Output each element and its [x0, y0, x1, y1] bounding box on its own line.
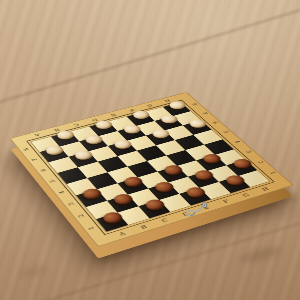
- piece-dark-b2[interactable]: [111, 192, 135, 206]
- piece-light-f8[interactable]: [130, 109, 152, 120]
- piece-dark-g1[interactable]: [223, 174, 247, 187]
- piece-light-a7[interactable]: [43, 144, 65, 156]
- piece-light-d8[interactable]: [92, 119, 114, 130]
- checkers-board: ABCDEFGH ABCDEFGH 87654321 87654321: [10, 92, 294, 247]
- piece-dark-a3[interactable]: [79, 187, 103, 201]
- piece-dark-c1[interactable]: [142, 198, 167, 212]
- piece-light-h8[interactable]: [166, 100, 187, 111]
- piece-light-h6[interactable]: [186, 118, 208, 129]
- board-scene: ABCDEFGH ABCDEFGH 87654321 87654321: [0, 0, 300, 300]
- piece-dark-h2[interactable]: [230, 157, 254, 170]
- pieces-layer: [10, 92, 294, 247]
- piece-dark-a1[interactable]: [100, 210, 125, 225]
- piece-light-e7[interactable]: [121, 123, 143, 134]
- product-photo-checkers-set: { "game": "checkers (draughts) on a wood…: [0, 0, 300, 300]
- latch-icon: [182, 198, 212, 222]
- piece-dark-f2[interactable]: [192, 169, 216, 182]
